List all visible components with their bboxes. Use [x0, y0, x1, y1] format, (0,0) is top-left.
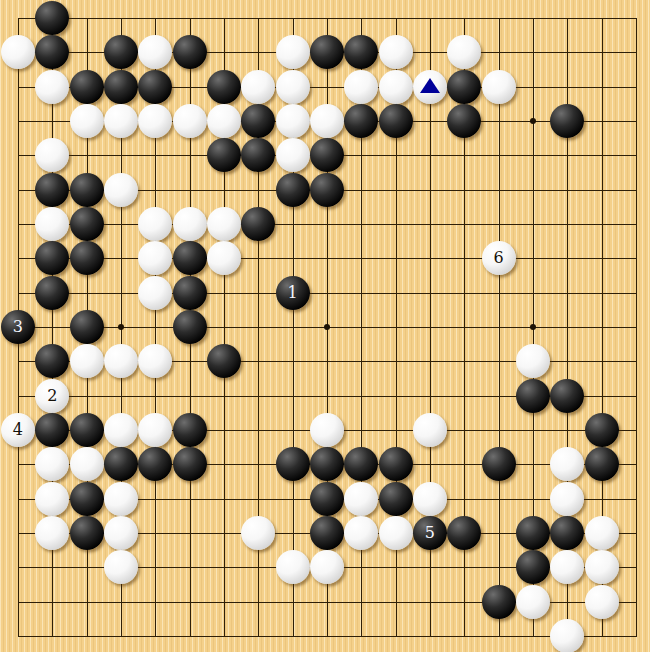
star-point — [530, 324, 536, 330]
white-stone — [35, 482, 69, 516]
white-stone — [550, 482, 584, 516]
black-stone — [173, 241, 207, 275]
white-stone — [344, 70, 378, 104]
black-stone — [413, 516, 447, 550]
white-stone — [138, 276, 172, 310]
white-stone — [173, 104, 207, 138]
white-stone — [1, 413, 35, 447]
white-stone — [310, 550, 344, 584]
white-stone — [70, 104, 104, 138]
white-stone — [35, 379, 69, 413]
white-stone — [585, 516, 619, 550]
black-stone — [447, 516, 481, 550]
black-stone — [585, 413, 619, 447]
white-stone — [482, 70, 516, 104]
white-stone — [138, 413, 172, 447]
white-stone — [482, 241, 516, 275]
white-stone — [413, 482, 447, 516]
black-stone — [482, 447, 516, 481]
black-stone — [344, 104, 378, 138]
white-stone — [550, 619, 584, 652]
white-stone — [585, 550, 619, 584]
white-stone — [138, 241, 172, 275]
black-stone — [310, 447, 344, 481]
black-stone — [379, 447, 413, 481]
white-stone — [276, 550, 310, 584]
black-stone — [550, 379, 584, 413]
white-stone — [104, 104, 138, 138]
black-stone — [35, 241, 69, 275]
black-stone — [173, 276, 207, 310]
white-stone — [35, 207, 69, 241]
white-stone — [310, 104, 344, 138]
black-stone — [585, 447, 619, 481]
white-stone — [379, 516, 413, 550]
white-stone — [70, 344, 104, 378]
white-stone — [447, 35, 481, 69]
black-stone — [104, 35, 138, 69]
white-stone — [173, 207, 207, 241]
white-stone — [276, 35, 310, 69]
black-stone — [104, 70, 138, 104]
white-stone — [516, 344, 550, 378]
white-stone — [104, 173, 138, 207]
white-stone — [241, 516, 275, 550]
white-stone — [35, 138, 69, 172]
white-stone — [413, 413, 447, 447]
white-stone — [207, 104, 241, 138]
white-stone — [344, 482, 378, 516]
white-stone — [138, 207, 172, 241]
white-stone — [413, 70, 447, 104]
star-point — [324, 324, 330, 330]
black-stone — [344, 35, 378, 69]
white-stone — [35, 516, 69, 550]
black-stone — [241, 104, 275, 138]
black-stone — [550, 516, 584, 550]
black-stone — [207, 138, 241, 172]
black-stone — [310, 482, 344, 516]
black-stone — [104, 447, 138, 481]
white-stone — [35, 70, 69, 104]
black-stone — [35, 1, 69, 35]
go-board[interactable]: 123456 — [0, 0, 650, 652]
black-stone — [310, 138, 344, 172]
white-stone — [104, 413, 138, 447]
white-stone — [138, 35, 172, 69]
white-stone — [276, 70, 310, 104]
white-stone — [104, 550, 138, 584]
black-stone — [138, 447, 172, 481]
white-stone — [379, 70, 413, 104]
white-stone — [207, 207, 241, 241]
black-stone — [344, 447, 378, 481]
stones-layer: 123456 — [1, 1, 650, 652]
white-stone — [379, 35, 413, 69]
white-stone — [1, 35, 35, 69]
black-stone — [550, 104, 584, 138]
black-stone — [310, 35, 344, 69]
white-stone — [516, 585, 550, 619]
white-stone — [585, 585, 619, 619]
black-stone — [516, 379, 550, 413]
white-stone — [550, 447, 584, 481]
white-stone — [241, 70, 275, 104]
black-stone — [276, 173, 310, 207]
black-stone — [447, 70, 481, 104]
white-stone — [104, 344, 138, 378]
black-stone — [70, 241, 104, 275]
black-stone — [70, 516, 104, 550]
black-stone — [70, 413, 104, 447]
black-stone — [207, 70, 241, 104]
white-stone — [207, 241, 241, 275]
white-stone — [104, 482, 138, 516]
black-stone — [516, 550, 550, 584]
black-stone — [173, 447, 207, 481]
black-stone — [35, 35, 69, 69]
white-stone — [276, 104, 310, 138]
black-stone — [310, 516, 344, 550]
black-stone — [241, 138, 275, 172]
white-stone — [310, 413, 344, 447]
black-stone — [276, 447, 310, 481]
star-point — [530, 118, 536, 124]
black-stone — [241, 207, 275, 241]
black-stone — [70, 70, 104, 104]
black-stone — [35, 276, 69, 310]
black-stone — [70, 310, 104, 344]
black-stone — [276, 276, 310, 310]
white-stone — [138, 344, 172, 378]
black-stone — [516, 516, 550, 550]
black-stone — [207, 344, 241, 378]
black-stone — [70, 173, 104, 207]
black-stone — [173, 413, 207, 447]
white-stone — [344, 516, 378, 550]
black-stone — [173, 310, 207, 344]
black-stone — [447, 104, 481, 138]
black-stone — [379, 482, 413, 516]
white-stone — [138, 104, 172, 138]
white-stone — [35, 447, 69, 481]
white-stone — [70, 447, 104, 481]
black-stone — [35, 413, 69, 447]
black-stone — [35, 344, 69, 378]
black-stone — [310, 173, 344, 207]
black-stone — [482, 585, 516, 619]
star-point — [118, 324, 124, 330]
black-stone — [1, 310, 35, 344]
black-stone — [379, 104, 413, 138]
black-stone — [35, 173, 69, 207]
black-stone — [70, 207, 104, 241]
white-stone — [104, 516, 138, 550]
white-stone — [276, 138, 310, 172]
white-stone — [550, 550, 584, 584]
black-stone — [138, 70, 172, 104]
black-stone — [173, 35, 207, 69]
black-stone — [70, 482, 104, 516]
